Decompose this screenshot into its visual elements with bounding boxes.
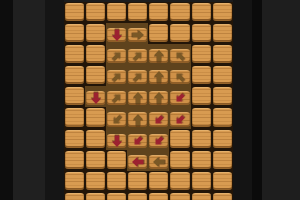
tile-face [192, 151, 211, 169]
tile-face [107, 3, 126, 21]
tile-face [170, 24, 189, 42]
tile-r8c1 [85, 171, 106, 192]
tile-face [65, 24, 84, 42]
tile-face [170, 172, 189, 190]
tile-face [107, 134, 126, 148]
tile-r2c0 [64, 44, 85, 65]
tile-arrow-r5c4[interactable] [148, 107, 169, 128]
arrow-n-icon [152, 49, 166, 63]
tile-r6c7 [212, 129, 233, 150]
tile-r4c0 [64, 86, 85, 107]
tile-r0c4 [148, 2, 169, 23]
tile-r1c4 [148, 23, 169, 44]
tile-face [107, 91, 126, 105]
tile-arrow-r4c1[interactable] [85, 86, 106, 107]
tile-arrow-r5c5[interactable] [169, 107, 190, 128]
arrow-s-icon [110, 134, 124, 148]
background-left-band [13, 0, 45, 200]
tile-face [192, 193, 211, 200]
tile-face [86, 108, 105, 126]
tile-face [65, 87, 84, 105]
tile-r0c5 [169, 2, 190, 23]
tile-face [107, 193, 126, 200]
arrow-s-icon [89, 91, 103, 105]
tile-r4c6 [191, 86, 212, 107]
tile-r8c3 [127, 171, 148, 192]
tile-r6c1 [85, 129, 106, 150]
arrow-ne-icon [129, 48, 146, 65]
tile-face [128, 112, 147, 126]
tile-arrow-r2c3[interactable] [127, 44, 148, 65]
tile-face [213, 108, 232, 126]
tile-face [170, 151, 189, 169]
tile-face [65, 45, 84, 63]
tile-r0c1 [85, 2, 106, 23]
tile-r5c7 [212, 107, 233, 128]
arrow-ne-icon [108, 90, 125, 107]
background-left-inner-band [45, 0, 64, 200]
tile-arrow-r5c3[interactable] [127, 107, 148, 128]
tile-face [170, 130, 189, 148]
tile-r3c1 [85, 65, 106, 86]
arrow-n-icon [152, 70, 166, 84]
tile-arrow-r4c2[interactable] [106, 86, 127, 107]
tile-face [170, 70, 189, 84]
tile-face [128, 70, 147, 84]
tile-r9c1 [85, 192, 106, 200]
arrow-w-icon [131, 155, 145, 169]
tile-r8c4 [148, 171, 169, 192]
tile-face [86, 193, 105, 200]
arrow-sw-icon [172, 111, 189, 128]
tile-face [192, 87, 211, 105]
tile-face [213, 151, 232, 169]
tile-arrow-r3c5[interactable] [169, 65, 190, 86]
tile-r3c6 [191, 65, 212, 86]
tile-arrow-r2c2[interactable] [106, 44, 127, 65]
tile-face [128, 134, 147, 148]
tile-r3c0 [64, 65, 85, 86]
tile-face [213, 193, 232, 200]
tile-r2c7 [212, 44, 233, 65]
arrow-nw-icon [172, 48, 189, 65]
tile-face [107, 49, 126, 63]
tile-face [86, 151, 105, 169]
tile-r1c7 [212, 23, 233, 44]
tile-face [128, 193, 147, 200]
tile-face [149, 24, 168, 42]
tile-face [149, 3, 168, 21]
arrow-w-icon [152, 155, 166, 169]
tile-r9c5 [169, 192, 190, 200]
tile-arrow-r7c3[interactable] [127, 150, 148, 171]
tile-arrow-r7c4[interactable] [148, 150, 169, 171]
tile-arrow-r3c3[interactable] [127, 65, 148, 86]
tile-face [65, 3, 84, 21]
arrow-n-icon [131, 91, 145, 105]
tile-face [86, 66, 105, 84]
tile-r6c5 [169, 129, 190, 150]
tile-face [213, 87, 232, 105]
tile-face [128, 172, 147, 190]
tile-face [65, 108, 84, 126]
tile-face [86, 91, 105, 105]
tile-r5c1 [85, 107, 106, 128]
tile-arrow-r4c4[interactable] [148, 86, 169, 107]
tile-face [65, 172, 84, 190]
tile-r8c7 [212, 171, 233, 192]
tile-face [192, 172, 211, 190]
tile-arrow-r6c4[interactable] [148, 129, 169, 150]
arrow-ne-icon [108, 48, 125, 65]
tile-r0c6 [191, 2, 212, 23]
tile-face [170, 49, 189, 63]
tile-arrow-r1c3[interactable] [127, 23, 148, 44]
tile-r1c0 [64, 23, 85, 44]
tile-face [107, 70, 126, 84]
tile-r9c7 [212, 192, 233, 200]
tile-arrow-r2c5[interactable] [169, 44, 190, 65]
tile-r7c2 [106, 150, 127, 171]
tile-face [128, 3, 147, 21]
tile-face [170, 112, 189, 126]
tile-face [65, 130, 84, 148]
tile-face [149, 155, 168, 169]
tile-face [107, 28, 126, 42]
tile-face [86, 3, 105, 21]
tile-arrow-r2c4[interactable] [148, 44, 169, 65]
tile-face [170, 3, 189, 21]
tile-face [86, 172, 105, 190]
tile-face [213, 24, 232, 42]
tile-r7c5 [169, 150, 190, 171]
tile-face [192, 45, 211, 63]
tile-face [107, 172, 126, 190]
arrow-n-icon [131, 113, 145, 127]
tile-arrow-r6c3[interactable] [127, 129, 148, 150]
tile-face [192, 3, 211, 21]
arrow-s-icon [110, 28, 124, 42]
tile-r6c6 [191, 129, 212, 150]
tile-r8c0 [64, 171, 85, 192]
tile-arrow-r4c5[interactable] [169, 86, 190, 107]
arrow-sw-icon [108, 111, 125, 128]
tile-face [192, 130, 211, 148]
tile-face [192, 24, 211, 42]
tile-r3c7 [212, 65, 233, 86]
tile-r9c6 [191, 192, 212, 200]
tile-r0c2 [106, 2, 127, 23]
background-right-inner-band [233, 0, 252, 200]
tile-arrow-r1c2[interactable] [106, 23, 127, 44]
arrow-ne-icon [108, 69, 125, 86]
tile-r1c6 [191, 23, 212, 44]
tile-face [65, 151, 84, 169]
tile-face [192, 108, 211, 126]
tile-face [86, 130, 105, 148]
arrow-sw-icon [129, 132, 146, 149]
arrow-sw-icon [151, 132, 168, 149]
tile-face [86, 45, 105, 63]
tile-r6c0 [64, 129, 85, 150]
tile-r0c0 [64, 2, 85, 23]
tile-face [149, 172, 168, 190]
tile-face [149, 112, 168, 126]
arrow-sw-icon [172, 90, 189, 107]
arrow-sw-icon [151, 111, 168, 128]
arrow-nw-icon [172, 69, 189, 86]
tile-r2c1 [85, 44, 106, 65]
arrow-n-icon [152, 91, 166, 105]
tile-face [149, 134, 168, 148]
background-left-edge [0, 0, 13, 200]
tile-face [128, 91, 147, 105]
background-right-band [262, 0, 300, 200]
tile-face [170, 193, 189, 200]
tile-face [192, 66, 211, 84]
tile-r1c1 [85, 23, 106, 44]
tile-face [107, 112, 126, 126]
tile-r8c2 [106, 171, 127, 192]
tile-r7c1 [85, 150, 106, 171]
tile-arrow-r3c4[interactable] [148, 65, 169, 86]
tile-r5c6 [191, 107, 212, 128]
tile-arrow-r5c2[interactable] [106, 107, 127, 128]
tile-r7c0 [64, 150, 85, 171]
tile-r0c7 [212, 2, 233, 23]
arrow-ne-icon [129, 69, 146, 86]
tile-face [86, 24, 105, 42]
tile-arrow-r6c2[interactable] [106, 129, 127, 150]
tile-face [213, 66, 232, 84]
tile-r0c3 [127, 2, 148, 23]
tile-r8c5 [169, 171, 190, 192]
tile-face [213, 172, 232, 190]
tile-r9c0 [64, 192, 85, 200]
tile-r2c6 [191, 44, 212, 65]
tile-r7c7 [212, 150, 233, 171]
tile-face [213, 45, 232, 63]
tile-r5c0 [64, 107, 85, 128]
tile-face [128, 49, 147, 63]
tile-r4c7 [212, 86, 233, 107]
tile-arrow-r4c3[interactable] [127, 86, 148, 107]
tile-face [128, 155, 147, 169]
tile-face [128, 28, 147, 42]
tile-face [65, 193, 84, 200]
board [64, 2, 233, 200]
tile-face [213, 130, 232, 148]
tile-face [149, 49, 168, 63]
tile-face [213, 3, 232, 21]
tile-r1c5 [169, 23, 190, 44]
tile-r7c6 [191, 150, 212, 171]
background-right-edge [252, 0, 262, 200]
arrow-e-icon [131, 28, 145, 42]
tile-face [107, 151, 126, 169]
tile-r9c4 [148, 192, 169, 200]
tile-arrow-r3c2[interactable] [106, 65, 127, 86]
tile-r9c3 [127, 192, 148, 200]
tile-face [65, 66, 84, 84]
tile-face [149, 193, 168, 200]
tile-face [170, 91, 189, 105]
tile-r9c2 [106, 192, 127, 200]
tile-r8c6 [191, 171, 212, 192]
tile-face [149, 91, 168, 105]
tile-face [149, 70, 168, 84]
